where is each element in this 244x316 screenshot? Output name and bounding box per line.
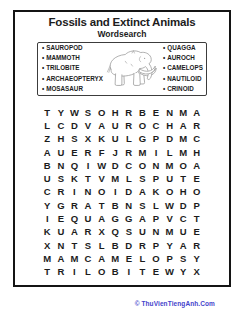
grid-cell-r5c1[interactable]: B	[40, 159, 54, 172]
grid-cell-r13c10[interactable]: W	[163, 265, 177, 278]
grid-cell-r9c3[interactable]: Q	[68, 212, 82, 225]
grid-cell-r7c4[interactable]: N	[81, 185, 95, 198]
grid-cell-r8c3[interactable]: R	[68, 199, 82, 212]
grid-cell-r11c11[interactable]: A	[176, 239, 190, 252]
grid-cell-r9c8[interactable]: A	[136, 212, 150, 225]
grid-cell-r13c7[interactable]: I	[122, 265, 136, 278]
grid-cell-r9c12[interactable]: T	[190, 212, 204, 225]
grid-cell-r8c1[interactable]: Y	[40, 199, 54, 212]
word-item-nautiloid: •NAUTILOID	[163, 74, 203, 84]
grid-cell-r11c8[interactable]: R	[136, 239, 150, 252]
word-label: MAMMOTH	[46, 53, 80, 63]
grid-cell-r12c7[interactable]: E	[122, 252, 136, 265]
grid-cell-r9c4[interactable]: U	[81, 212, 95, 225]
grid-cell-r12c12[interactable]: Y	[190, 252, 204, 265]
word-label: CRINOID	[167, 84, 194, 94]
grid-cell-r12c8[interactable]: L	[136, 252, 150, 265]
grid-cell-r5c9[interactable]: N	[149, 159, 163, 172]
word-item-crinoid: •CRINOID	[163, 84, 203, 94]
grid-cell-r2c11[interactable]: A	[176, 119, 190, 132]
grid-cell-r5c7[interactable]: C	[122, 159, 136, 172]
grid-cell-r13c3[interactable]: I	[68, 265, 82, 278]
grid-cell-r11c4[interactable]: S	[81, 239, 95, 252]
grid-cell-r8c5[interactable]: T	[95, 199, 109, 212]
grid-cell-r2c8[interactable]: O	[136, 119, 150, 132]
grid-cell-r6c10[interactable]: U	[163, 172, 177, 185]
grid-cell-r4c7[interactable]: R	[122, 145, 136, 158]
grid-cell-r1c7[interactable]: R	[122, 106, 136, 119]
grid-cell-r10c8[interactable]: U	[136, 225, 150, 238]
grid-cell-r11c7[interactable]: D	[122, 239, 136, 252]
grid-cell-r6c2[interactable]: S	[54, 172, 68, 185]
grid-cell-r13c12[interactable]: X	[190, 265, 204, 278]
grid-cell-r4c11[interactable]: M	[176, 145, 190, 158]
grid-cell-r10c5[interactable]: X	[95, 225, 109, 238]
grid-cell-r4c9[interactable]: I	[149, 145, 163, 158]
grid-cell-r3c4[interactable]: X	[81, 132, 95, 145]
page-title: Fossils and Extinct Animals	[15, 16, 229, 30]
grid-cell-r7c3[interactable]: I	[68, 185, 82, 198]
grid-cell-r4c4[interactable]: R	[81, 145, 95, 158]
grid-cell-r6c7[interactable]: L	[122, 172, 136, 185]
word-item-archaeopteryx: •ARCHAEOPTERYX	[42, 74, 103, 84]
grid-cell-r9c1[interactable]: I	[40, 212, 54, 225]
grid-cell-r10c1[interactable]: K	[40, 225, 54, 238]
grid-cell-r4c10[interactable]: L	[163, 145, 177, 158]
grid-cell-r8c9[interactable]: L	[149, 199, 163, 212]
grid-cell-r4c6[interactable]: J	[108, 145, 122, 158]
grid-cell-r3c3[interactable]: S	[68, 132, 82, 145]
grid-cell-r11c3[interactable]: T	[68, 239, 82, 252]
grid-cell-r2c3[interactable]: D	[68, 119, 82, 132]
grid-cell-r5c11[interactable]: O	[176, 159, 190, 172]
word-label: SAUROPOD	[46, 43, 82, 53]
worksheet-border: Fossils and Extinct Animals Wordsearch •…	[13, 10, 231, 287]
grid-cell-r2c2[interactable]: C	[54, 119, 68, 132]
grid-cell-r6c12[interactable]: E	[190, 172, 204, 185]
bullet-icon: •	[163, 53, 165, 63]
word-label: CAMELOPS	[167, 63, 203, 73]
page-subtitle: Wordsearch	[15, 30, 229, 40]
grid-cell-r8c10[interactable]: W	[163, 199, 177, 212]
grid-cell-r3c7[interactable]: L	[122, 132, 136, 145]
grid-cell-r4c12[interactable]: H	[190, 145, 204, 158]
grid-cell-r10c6[interactable]: Q	[108, 225, 122, 238]
word-item-quagga: •QUAGGA	[163, 43, 203, 53]
grid-cell-r8c12[interactable]: P	[190, 199, 204, 212]
grid-cell-r9c11[interactable]: C	[176, 212, 190, 225]
grid-cell-r6c3[interactable]: K	[68, 172, 82, 185]
grid-cell-r10c9[interactable]: N	[149, 225, 163, 238]
grid-cell-r8c8[interactable]: S	[136, 199, 150, 212]
grid-cell-r6c1[interactable]: U	[40, 172, 54, 185]
grid-cell-r3c8[interactable]: G	[136, 132, 150, 145]
grid-cell-r11c12[interactable]: R	[190, 239, 204, 252]
grid-cell-r5c2[interactable]: N	[54, 159, 68, 172]
grid-cell-r5c3[interactable]: Q	[68, 159, 82, 172]
grid-cell-r5c8[interactable]: O	[136, 159, 150, 172]
grid-cell-r9c2[interactable]: E	[54, 212, 68, 225]
grid-cell-r10c4[interactable]: R	[81, 225, 95, 238]
grid-cell-r11c2[interactable]: N	[54, 239, 68, 252]
bullet-icon: •	[42, 53, 44, 63]
word-item-camelops: •CAMELOPS	[163, 63, 203, 73]
site-credit[interactable]: © ThuVienTiengAnh.Com	[135, 300, 215, 307]
grid-cell-r3c11[interactable]: M	[176, 132, 190, 145]
grid-cell-r2c1[interactable]: L	[40, 119, 54, 132]
grid-cell-r9c7[interactable]: G	[122, 212, 136, 225]
grid-cell-r10c10[interactable]: M	[163, 225, 177, 238]
grid-cell-r1c5[interactable]: O	[95, 106, 109, 119]
grid-cell-r2c12[interactable]: R	[190, 119, 204, 132]
grid-cell-r5c12[interactable]: A	[190, 159, 204, 172]
word-label: QUAGGA	[167, 43, 195, 53]
grid-cell-r8c6[interactable]: B	[108, 199, 122, 212]
grid-cell-r1c12[interactable]: A	[190, 106, 204, 119]
word-label: NAUTILOID	[167, 74, 201, 84]
letter-grid: TYWSOHRBENMALCDVAUROCHARZHSXKULGPDMCAUER…	[40, 106, 203, 279]
grid-cell-r12c3[interactable]: M	[68, 252, 82, 265]
grid-cell-r12c1[interactable]: M	[40, 252, 54, 265]
grid-cell-r12c6[interactable]: M	[108, 252, 122, 265]
grid-cell-r5c5[interactable]: W	[95, 159, 109, 172]
grid-cell-r13c6[interactable]: B	[108, 265, 122, 278]
grid-cell-r1c2[interactable]: Y	[54, 106, 68, 119]
grid-cell-r2c6[interactable]: U	[108, 119, 122, 132]
grid-cell-r12c10[interactable]: P	[163, 252, 177, 265]
grid-cell-r1c4[interactable]: S	[81, 106, 95, 119]
word-list-right: •QUAGGA•AUROCH•CAMELOPS•NAUTILOID•CRINOI…	[163, 43, 203, 94]
grid-cell-r12c4[interactable]: C	[81, 252, 95, 265]
grid-cell-r10c2[interactable]: U	[54, 225, 68, 238]
grid-cell-r3c12[interactable]: C	[190, 132, 204, 145]
word-label: ARCHAEOPTERYX	[46, 74, 103, 84]
grid-cell-r5c4[interactable]: I	[81, 159, 95, 172]
grid-cell-r6c5[interactable]: V	[95, 172, 109, 185]
grid-cell-r12c2[interactable]: A	[54, 252, 68, 265]
word-item-mammoth: •MAMMOTH	[42, 53, 103, 63]
grid-cell-r1c8[interactable]: B	[136, 106, 150, 119]
grid-cell-r1c1[interactable]: T	[40, 106, 54, 119]
grid-cell-r3c9[interactable]: P	[149, 132, 163, 145]
word-item-auroch: •AUROCH	[163, 53, 203, 63]
grid-cell-r2c5[interactable]: A	[95, 119, 109, 132]
grid-cell-r6c11[interactable]: T	[176, 172, 190, 185]
grid-cell-r4c3[interactable]: E	[68, 145, 82, 158]
word-label: AUROCH	[167, 53, 195, 63]
grid-cell-r10c12[interactable]: E	[190, 225, 204, 238]
grid-cell-r7c12[interactable]: O	[190, 185, 204, 198]
grid-cell-r9c5[interactable]: A	[95, 212, 109, 225]
bullet-icon: •	[163, 74, 165, 84]
bullet-icon: •	[163, 63, 165, 73]
grid-cell-r7c10[interactable]: O	[163, 185, 177, 198]
grid-cell-r9c9[interactable]: P	[149, 212, 163, 225]
grid-cell-r6c8[interactable]: S	[136, 172, 150, 185]
grid-cell-r1c3[interactable]: W	[68, 106, 82, 119]
grid-cell-r4c1[interactable]: A	[40, 145, 54, 158]
grid-cell-r3c10[interactable]: D	[163, 132, 177, 145]
grid-cell-r4c2[interactable]: U	[54, 145, 68, 158]
word-label: TRILOBITE	[46, 63, 79, 73]
grid-cell-r6c4[interactable]: T	[81, 172, 95, 185]
bullet-icon: •	[42, 63, 44, 73]
worksheet-page: Fossils and Extinct Animals Wordsearch •…	[0, 0, 244, 316]
grid-cell-r6c9[interactable]: P	[149, 172, 163, 185]
grid-cell-r9c6[interactable]: G	[108, 212, 122, 225]
grid-cell-r7c11[interactable]: H	[176, 185, 190, 198]
grid-cell-r4c5[interactable]: F	[95, 145, 109, 158]
word-list-left: •SAUROPOD•MAMMOTH•TRILOBITE•ARCHAEOPTERY…	[42, 43, 103, 94]
bullet-icon: •	[163, 43, 165, 53]
grid-cell-r13c8[interactable]: T	[136, 265, 150, 278]
grid-cell-r12c11[interactable]: S	[176, 252, 190, 265]
grid-cell-r8c2[interactable]: G	[54, 199, 68, 212]
grid-cell-r1c9[interactable]: E	[149, 106, 163, 119]
grid-cell-r8c11[interactable]: D	[176, 199, 190, 212]
grid-cell-r12c5[interactable]: A	[95, 252, 109, 265]
grid-cell-r7c9[interactable]: K	[149, 185, 163, 198]
word-bank: •SAUROPOD•MAMMOTH•TRILOBITE•ARCHAEOPTERY…	[37, 42, 207, 96]
grid-cell-r2c10[interactable]: H	[163, 119, 177, 132]
grid-cell-r11c6[interactable]: B	[108, 239, 122, 252]
grid-cell-r13c9[interactable]: E	[149, 265, 163, 278]
grid-cell-r13c1[interactable]: T	[40, 265, 54, 278]
grid-cell-r8c7[interactable]: N	[122, 199, 136, 212]
grid-cell-r3c2[interactable]: H	[54, 132, 68, 145]
grid-cell-r8c4[interactable]: A	[81, 199, 95, 212]
grid-cell-r7c7[interactable]: D	[122, 185, 136, 198]
grid-cell-r13c4[interactable]: L	[81, 265, 95, 278]
grid-cell-r4c8[interactable]: M	[136, 145, 150, 158]
grid-cell-r11c9[interactable]: P	[149, 239, 163, 252]
grid-cell-r12c9[interactable]: O	[149, 252, 163, 265]
grid-cell-r3c6[interactable]: U	[108, 132, 122, 145]
bullet-icon: •	[42, 43, 44, 53]
grid-cell-r13c11[interactable]: Y	[176, 265, 190, 278]
grid-cell-r10c7[interactable]: S	[122, 225, 136, 238]
grid-cell-r7c8[interactable]: A	[136, 185, 150, 198]
bullet-icon: •	[42, 84, 44, 94]
bullet-icon: •	[163, 84, 165, 94]
grid-cell-r10c3[interactable]: A	[68, 225, 82, 238]
grid-cell-r2c9[interactable]: C	[149, 119, 163, 132]
grid-cell-r1c10[interactable]: N	[163, 106, 177, 119]
grid-cell-r11c5[interactable]: L	[95, 239, 109, 252]
word-label: MOSASAUR	[46, 84, 83, 94]
bullet-icon: •	[42, 74, 44, 84]
grid-cell-r11c1[interactable]: X	[40, 239, 54, 252]
grid-cell-r6c6[interactable]: M	[108, 172, 122, 185]
grid-cell-r3c5[interactable]: K	[95, 132, 109, 145]
grid-cell-r13c2[interactable]: R	[54, 265, 68, 278]
grid-cell-r7c5[interactable]: O	[95, 185, 109, 198]
grid-cell-r3c1[interactable]: Z	[40, 132, 54, 145]
grid-cell-r1c11[interactable]: M	[176, 106, 190, 119]
grid-cell-r5c10[interactable]: M	[163, 159, 177, 172]
grid-cell-r2c7[interactable]: R	[122, 119, 136, 132]
grid-cell-r9c10[interactable]: V	[163, 212, 177, 225]
grid-cell-r2c4[interactable]: V	[81, 119, 95, 132]
grid-cell-r13c5[interactable]: O	[95, 265, 109, 278]
word-item-sauropod: •SAUROPOD	[42, 43, 103, 53]
grid-cell-r10c11[interactable]: U	[176, 225, 190, 238]
word-item-trilobite: •TRILOBITE	[42, 63, 103, 73]
grid-cell-r7c2[interactable]: R	[54, 185, 68, 198]
grid-cell-r1c6[interactable]: H	[108, 106, 122, 119]
grid-cell-r7c6[interactable]: I	[108, 185, 122, 198]
grid-cell-r11c10[interactable]: Y	[163, 239, 177, 252]
word-item-mosasaur: •MOSASAUR	[42, 84, 103, 94]
mammoth-icon	[104, 45, 162, 93]
grid-cell-r5c6[interactable]: D	[108, 159, 122, 172]
grid-cell-r7c1[interactable]: C	[40, 185, 54, 198]
